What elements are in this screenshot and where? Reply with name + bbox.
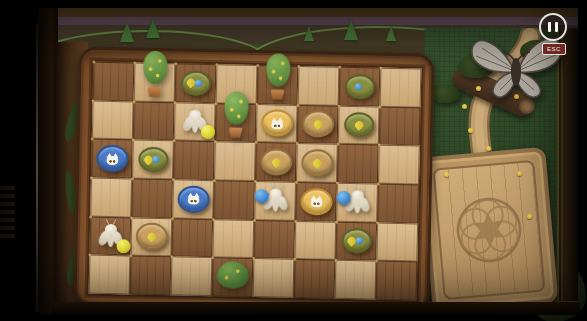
ball-icon (195, 80, 202, 87)
pine-tree-icon (386, 26, 396, 41)
piece-disc-amber-tulip[interactable] (260, 148, 293, 176)
board-cell-r2c8[interactable] (379, 106, 421, 146)
board-cell-r2c4[interactable] (215, 103, 257, 143)
tulip-icon (270, 156, 281, 167)
ball-icon (356, 238, 363, 245)
side-garden (424, 28, 578, 312)
board-cell-r1c8[interactable] (380, 68, 422, 108)
board-cell-r3c4[interactable] (214, 141, 256, 181)
blue-yarn-ball[interactable] (336, 191, 350, 205)
blue-yarn-ball[interactable] (254, 189, 268, 203)
flower-icon (517, 171, 522, 176)
piece-bush (216, 261, 249, 289)
vent-slats (0, 186, 15, 238)
piece-disc-olive-tulip-ball[interactable] (180, 70, 211, 96)
pause-button[interactable] (539, 13, 567, 41)
piece-disc-blue-cat[interactable] (177, 185, 210, 213)
piece-disc-amber-tulip[interactable] (301, 110, 334, 138)
tulip-icon (146, 231, 157, 242)
flower-icon (486, 146, 491, 151)
board-cell-r2c6[interactable] (297, 105, 339, 145)
board-cell-r4c2[interactable] (131, 178, 173, 218)
board-cell-r6c1[interactable] (89, 255, 131, 295)
board-cell-r1c2[interactable] (134, 62, 176, 102)
board-cell-r3c3[interactable] (173, 141, 215, 181)
board-cell-r3c1[interactable] (91, 139, 133, 179)
board-cell-r4c3[interactable] (172, 179, 214, 219)
flower-icon (462, 104, 467, 109)
board-cell-r5c8[interactable] (376, 222, 418, 262)
board-cell-r5c7[interactable] (335, 221, 377, 261)
pause-icon (548, 22, 551, 32)
esc-key-hint: ESC (542, 43, 566, 55)
piece-moth-yellowball[interactable] (95, 222, 126, 251)
board-cell-r2c3[interactable] (174, 102, 216, 142)
board-cell-r5c4[interactable] (212, 219, 254, 259)
board-cell-r1c5[interactable] (257, 65, 299, 105)
cat-face-icon (309, 195, 323, 207)
board-cell-r6c5[interactable] (253, 258, 295, 298)
yellow-yarn-ball[interactable] (200, 125, 214, 139)
board-cell-r6c7[interactable] (335, 260, 377, 300)
pine-tree-icon (146, 18, 160, 38)
cat-face-icon (186, 193, 200, 205)
board-cell-r3c2[interactable] (132, 140, 174, 180)
board-cell-r4c5[interactable] (254, 181, 296, 221)
piece-disc-olive-tulip-ball[interactable] (138, 147, 169, 173)
board-cell-r1c3[interactable] (175, 63, 217, 103)
pine-tree-icon (344, 20, 358, 40)
ball-icon (355, 83, 362, 90)
checkers-board-frame (73, 46, 434, 313)
board-cell-r4c8[interactable] (377, 184, 419, 224)
ball-icon (152, 156, 159, 163)
board-cell-r6c4[interactable] (212, 257, 254, 297)
left-wall (38, 8, 58, 314)
board-cell-r4c7[interactable] (336, 183, 378, 223)
board-cell-r3c5[interactable] (255, 142, 297, 182)
tulip-icon (353, 120, 364, 131)
board-cell-r5c3[interactable] (171, 218, 213, 258)
board-cell-r3c6[interactable] (296, 143, 338, 183)
piece-disc-olive-tulip-ball[interactable] (341, 228, 372, 254)
board-cell-r4c1[interactable] (90, 178, 132, 218)
tree-canopy (265, 54, 290, 87)
piece-disc-amber-tulip[interactable] (135, 223, 168, 251)
rosette-motif (446, 187, 533, 274)
board-cell-r6c8[interactable] (376, 261, 418, 301)
tulip-icon (185, 77, 196, 88)
piece-disc-gold-cat[interactable] (260, 110, 293, 138)
tree-pot (228, 127, 242, 137)
piece-tree (262, 53, 293, 100)
board-cell-r5c5[interactable] (253, 220, 295, 260)
board-cell-r5c2[interactable] (130, 217, 172, 257)
pine-tree-icon (304, 26, 314, 41)
wall-edge-highlight (36, 24, 38, 312)
cat-face-icon (270, 117, 284, 129)
piece-tree (220, 91, 251, 138)
piece-disc-gold-cat[interactable] (300, 188, 333, 216)
piece-disc-olive-tulip[interactable] (343, 112, 374, 138)
board-cell-r2c1[interactable] (92, 100, 134, 140)
tulip-icon (346, 235, 357, 246)
piece-moth-yellowball[interactable] (179, 107, 210, 136)
flower-icon (444, 172, 449, 177)
pine-tree-icon (120, 22, 134, 42)
board-cell-r6c3[interactable] (171, 257, 213, 297)
board-cell-r1c1[interactable] (93, 62, 135, 102)
checkers-board[interactable] (89, 62, 422, 301)
tree-canopy (224, 91, 249, 124)
board-cell-r5c6[interactable] (294, 221, 336, 261)
yellow-yarn-ball[interactable] (116, 239, 130, 253)
piece-disc-blue-cat[interactable] (96, 145, 129, 173)
tulip-icon (312, 119, 323, 130)
board-cell-r4c6[interactable] (295, 182, 337, 222)
table-front-edge (52, 302, 580, 315)
board-cell-r3c7[interactable] (337, 144, 379, 184)
piece-disc-amber-tulip[interactable] (301, 149, 334, 177)
pause-icon (555, 22, 558, 32)
shrub-blob (430, 84, 460, 103)
board-cell-r6c6[interactable] (294, 259, 336, 299)
piece-moth-blueball[interactable] (260, 186, 291, 215)
piece-tray (419, 147, 558, 313)
cat-face-icon (105, 153, 119, 165)
tree-canopy (142, 51, 167, 84)
board-cell-r3c8[interactable] (378, 145, 420, 185)
board-cell-r1c7[interactable] (339, 67, 381, 107)
piece-moth-blueball[interactable] (342, 188, 373, 217)
board-cell-r6c2[interactable] (130, 256, 172, 296)
piece-tray-inner (432, 160, 545, 300)
board-cell-r2c7[interactable] (338, 105, 380, 145)
board-cell-r1c6[interactable] (298, 66, 340, 106)
board-cell-r5c1[interactable] (89, 216, 131, 256)
board-cell-r2c2[interactable] (133, 101, 175, 141)
piece-disc-olive-ball[interactable] (344, 74, 375, 100)
tulip-icon (143, 154, 154, 165)
tulip-icon (311, 157, 322, 168)
tree-pot (147, 87, 161, 97)
game-scene: ESC (0, 0, 587, 321)
flower-icon (527, 214, 532, 219)
piece-tree (139, 51, 170, 98)
board-cell-r4c4[interactable] (213, 180, 255, 220)
tree-pot (270, 90, 284, 100)
board-cell-r2c5[interactable] (256, 104, 298, 144)
flower-icon (468, 128, 473, 133)
